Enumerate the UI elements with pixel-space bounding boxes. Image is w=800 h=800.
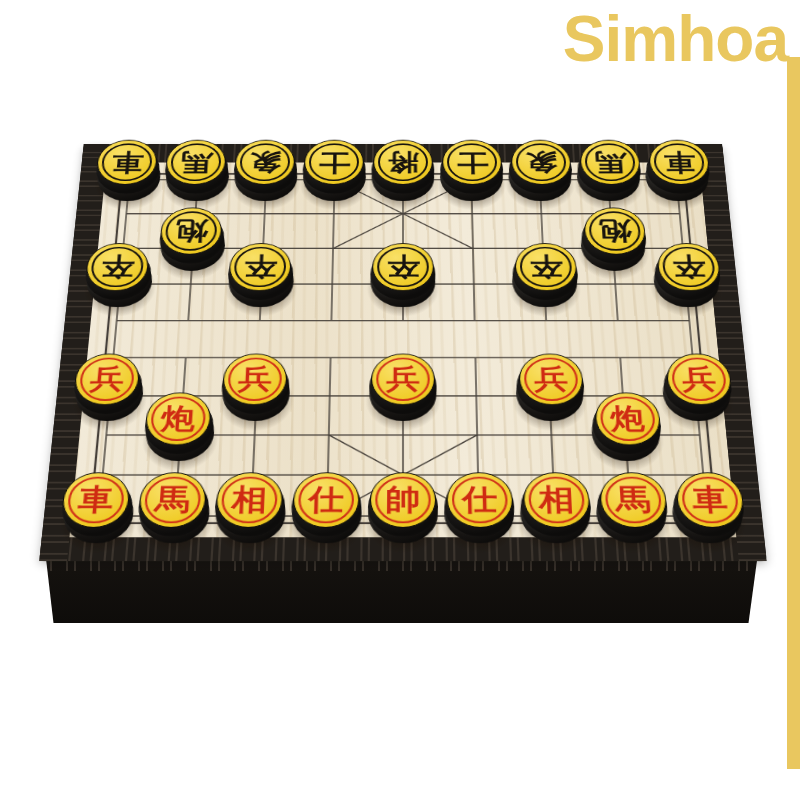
piece-glyph: 仕 — [308, 485, 344, 515]
piece-black-advisor[interactable]: 士 — [296, 151, 373, 209]
piece-black-chariot[interactable]: 車 — [636, 151, 717, 209]
piece-red-elephant[interactable]: 相 — [512, 481, 600, 552]
piece-red-soldier[interactable]: 兵 — [66, 363, 153, 429]
piece-face: 將 — [373, 140, 433, 185]
piece-glyph: 炮 — [598, 219, 632, 244]
piece-glyph: 士 — [456, 150, 488, 174]
piece-face: 卒 — [514, 243, 578, 291]
piece-red-horse[interactable]: 馬 — [587, 481, 676, 552]
xiangqi-scene: 車馬象士將士象馬車炮炮卒卒卒卒卒兵兵兵兵兵炮炮車馬相仕帥仕相馬車 — [63, 79, 743, 599]
piece-glyph: 相 — [231, 485, 268, 515]
piece-glyph: 車 — [110, 150, 144, 174]
piece-black-soldier[interactable]: 卒 — [504, 253, 585, 315]
brand-accent-bar — [787, 57, 800, 769]
piece-red-soldier[interactable]: 兵 — [214, 363, 298, 429]
piece-red-soldier[interactable]: 兵 — [653, 363, 740, 429]
piece-black-cannon[interactable]: 炮 — [152, 219, 234, 279]
piece-red-cannon[interactable]: 炮 — [582, 401, 669, 469]
piece-glyph: 車 — [691, 485, 729, 515]
piece-black-soldier[interactable]: 卒 — [644, 253, 728, 315]
piece-glyph: 炮 — [610, 404, 646, 432]
piece-glyph: 炮 — [160, 404, 196, 432]
piece-glyph: 卒 — [100, 254, 135, 280]
piece-glyph: 兵 — [386, 365, 420, 392]
piece-glyph: 車 — [77, 485, 115, 515]
piece-glyph: 仕 — [462, 485, 498, 515]
piece-glyph: 馬 — [593, 150, 626, 174]
piece-face: 象 — [511, 140, 572, 185]
piece-glyph: 象 — [525, 150, 558, 174]
piece-red-elephant[interactable]: 相 — [207, 481, 295, 552]
piece-black-horse[interactable]: 馬 — [157, 151, 237, 209]
piece-face: 帥 — [370, 472, 437, 527]
piece-glyph: 卒 — [529, 254, 563, 280]
piece-glyph: 卒 — [671, 254, 706, 280]
piece-glyph: 馬 — [179, 150, 212, 174]
piece-black-elephant[interactable]: 象 — [227, 151, 306, 209]
piece-glyph: 炮 — [174, 219, 208, 244]
piece-glyph: 將 — [387, 150, 419, 174]
piece-face: 兵 — [371, 354, 435, 406]
piece-black-elephant[interactable]: 象 — [501, 151, 580, 209]
piece-glyph: 馬 — [615, 485, 652, 515]
piece-glyph: 帥 — [385, 485, 420, 515]
piece-glyph: 相 — [538, 485, 575, 515]
piece-black-cannon[interactable]: 炮 — [572, 219, 654, 279]
piece-face: 卒 — [372, 243, 434, 291]
brand-watermark: Simhoa — [563, 2, 788, 76]
piece-red-advisor[interactable]: 仕 — [284, 481, 370, 552]
piece-black-soldier[interactable]: 卒 — [77, 253, 161, 315]
piece-black-horse[interactable]: 馬 — [569, 151, 649, 209]
piece-glyph: 兵 — [533, 365, 568, 392]
piece-face: 兵 — [518, 354, 584, 406]
piece-glyph: 車 — [662, 150, 696, 174]
piece-glyph: 兵 — [681, 365, 717, 392]
piece-glyph: 卒 — [243, 254, 277, 280]
piece-red-chariot[interactable]: 車 — [662, 481, 753, 552]
piece-red-soldier[interactable]: 兵 — [362, 363, 444, 429]
piece-black-advisor[interactable]: 士 — [433, 151, 510, 209]
piece-red-horse[interactable]: 馬 — [130, 481, 219, 552]
piece-face: 仕 — [446, 472, 513, 527]
xiangqi-board[interactable]: 車馬象士將士象馬車炮炮卒卒卒卒卒兵兵兵兵兵炮炮車馬相仕帥仕相馬車 — [39, 144, 766, 561]
piece-red-cannon[interactable]: 炮 — [137, 401, 224, 469]
piece-glyph: 卒 — [387, 254, 420, 280]
piece-red-advisor[interactable]: 仕 — [436, 481, 522, 552]
piece-glyph: 象 — [249, 150, 282, 174]
piece-glyph: 兵 — [237, 365, 272, 392]
piece-glyph: 馬 — [154, 485, 191, 515]
piece-red-general[interactable]: 帥 — [360, 481, 445, 552]
piece-glyph: 兵 — [89, 365, 125, 392]
piece-black-soldier[interactable]: 卒 — [220, 253, 301, 315]
piece-black-general[interactable]: 將 — [365, 151, 442, 209]
piece-face: 士 — [442, 140, 502, 185]
piece-red-soldier[interactable]: 兵 — [508, 363, 592, 429]
piece-black-soldier[interactable]: 卒 — [363, 253, 442, 315]
piece-glyph: 士 — [318, 150, 350, 174]
